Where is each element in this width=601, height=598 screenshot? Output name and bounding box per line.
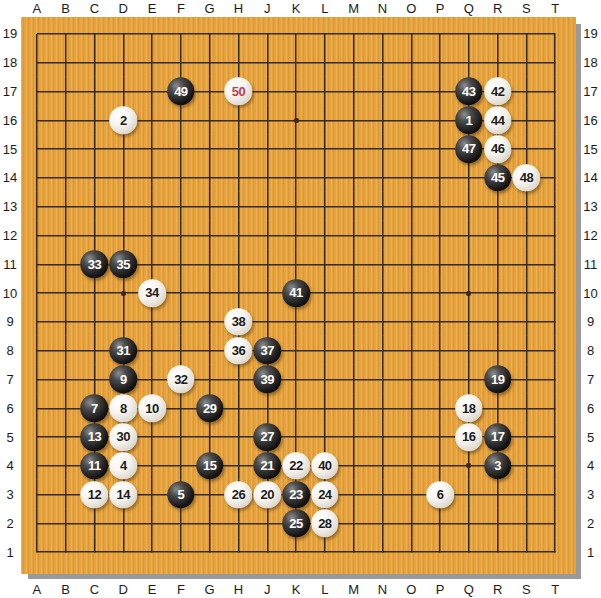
row-label-11: 11: [0, 250, 20, 279]
row-label-19: 19: [0, 20, 20, 49]
col-label-R: R: [483, 0, 512, 16]
intersection-D3: 14: [109, 480, 138, 509]
intersection-E2: [138, 509, 167, 538]
col-label-D: D: [109, 580, 138, 598]
intersection-K6: [282, 394, 311, 423]
intersection-N8: [368, 336, 397, 365]
intersection-L14: [310, 163, 339, 192]
intersection-Q2: [454, 509, 483, 538]
intersection-C9: [80, 307, 109, 336]
row-label-15: 15: [580, 135, 601, 164]
intersection-D6: 8: [109, 394, 138, 423]
intersection-P11: [426, 250, 455, 279]
intersection-H17: 50: [224, 77, 253, 106]
col-label-E: E: [138, 580, 167, 598]
intersection-S7: [512, 365, 541, 394]
intersection-Q11: [454, 250, 483, 279]
intersection-S1: [512, 538, 541, 567]
intersection-R4: 3: [483, 451, 512, 480]
black-stone-11-C4: 11: [81, 452, 109, 480]
white-stone-40-L4: 40: [311, 452, 339, 480]
intersection-H19: [224, 20, 253, 49]
col-label-Q: Q: [454, 0, 483, 16]
intersection-T10: [541, 279, 570, 308]
intersection-D2: [109, 509, 138, 538]
intersection-Q3: [454, 480, 483, 509]
intersection-D10: [109, 279, 138, 308]
row-label-12: 12: [580, 221, 601, 250]
intersection-C4: 11: [80, 451, 109, 480]
intersection-O14: [397, 163, 426, 192]
intersection-L4: 40: [310, 451, 339, 480]
intersection-O11: [397, 250, 426, 279]
intersection-H11: [224, 250, 253, 279]
intersection-N15: [368, 135, 397, 164]
intersection-H7: [224, 365, 253, 394]
intersection-L16: [310, 106, 339, 135]
intersection-Q10: [454, 279, 483, 308]
top-coordinate-labels: ABCDEFGHJKLMNOPQRST: [23, 0, 570, 16]
intersection-R17: 42: [483, 77, 512, 106]
intersection-H5: [224, 423, 253, 452]
intersection-N2: [368, 509, 397, 538]
intersection-S13: [512, 192, 541, 221]
intersection-M13: [339, 192, 368, 221]
intersection-F15: [166, 135, 195, 164]
intersection-A18: [23, 48, 52, 77]
intersection-L7: [310, 365, 339, 394]
row-label-14: 14: [0, 163, 20, 192]
intersection-R15: 46: [483, 135, 512, 164]
intersection-S9: [512, 307, 541, 336]
col-label-K: K: [282, 580, 311, 598]
intersection-M6: [339, 394, 368, 423]
col-label-H: H: [224, 0, 253, 16]
row-label-5: 5: [0, 423, 20, 452]
intersection-P15: [426, 135, 455, 164]
intersection-D14: [109, 163, 138, 192]
intersection-G13: [195, 192, 224, 221]
intersection-G5: [195, 423, 224, 452]
intersection-P6: [426, 394, 455, 423]
intersection-C7: [80, 365, 109, 394]
intersection-R1: [483, 538, 512, 567]
intersection-O17: [397, 77, 426, 106]
intersection-H6: [224, 394, 253, 423]
intersection-P5: [426, 423, 455, 452]
intersection-J19: [253, 20, 282, 49]
intersection-A14: [23, 163, 52, 192]
intersection-O1: [397, 538, 426, 567]
intersection-M16: [339, 106, 368, 135]
intersection-F10: [166, 279, 195, 308]
col-label-D: D: [109, 0, 138, 16]
intersection-E5: [138, 423, 167, 452]
intersection-N16: [368, 106, 397, 135]
intersection-P2: [426, 509, 455, 538]
intersection-O4: [397, 451, 426, 480]
intersection-T5: [541, 423, 570, 452]
intersection-H15: [224, 135, 253, 164]
intersection-T9: [541, 307, 570, 336]
row-label-16: 16: [0, 106, 20, 135]
black-stone-9-D7: 9: [110, 366, 138, 394]
intersection-S19: [512, 20, 541, 49]
white-stone-26-H3: 26: [225, 481, 253, 509]
black-stone-29-G6: 29: [196, 395, 224, 423]
intersection-T16: [541, 106, 570, 135]
intersection-O9: [397, 307, 426, 336]
star-point-Q10: [466, 291, 471, 296]
intersection-P3: 6: [426, 480, 455, 509]
intersection-F5: [166, 423, 195, 452]
col-label-E: E: [138, 0, 167, 16]
intersection-Q18: [454, 48, 483, 77]
intersection-C17: [80, 77, 109, 106]
row-label-2: 2: [580, 509, 601, 538]
intersection-M1: [339, 538, 368, 567]
black-stone-19-R7: 19: [484, 366, 512, 394]
col-label-F: F: [166, 0, 195, 16]
intersection-J16: [253, 106, 282, 135]
col-label-N: N: [368, 580, 397, 598]
intersection-L15: [310, 135, 339, 164]
intersection-M8: [339, 336, 368, 365]
intersection-F11: [166, 250, 195, 279]
intersection-N11: [368, 250, 397, 279]
intersection-K14: [282, 163, 311, 192]
intersection-T14: [541, 163, 570, 192]
intersection-G2: [195, 509, 224, 538]
black-stone-15-G4: 15: [196, 452, 224, 480]
intersection-B15: [51, 135, 80, 164]
intersection-M10: [339, 279, 368, 308]
intersection-S6: [512, 394, 541, 423]
row-label-6: 6: [0, 394, 20, 423]
intersection-G6: 29: [195, 394, 224, 423]
intersection-R2: [483, 509, 512, 538]
intersection-P12: [426, 221, 455, 250]
intersection-F13: [166, 192, 195, 221]
intersection-P4: [426, 451, 455, 480]
intersection-K7: [282, 365, 311, 394]
col-label-A: A: [23, 0, 52, 16]
intersection-C2: [80, 509, 109, 538]
intersection-D7: 9: [109, 365, 138, 394]
intersection-S8: [512, 336, 541, 365]
intersection-L13: [310, 192, 339, 221]
black-stone-27-J5: 27: [254, 423, 282, 451]
intersection-R8: [483, 336, 512, 365]
intersection-N14: [368, 163, 397, 192]
intersection-L2: 28: [310, 509, 339, 538]
intersection-R11: [483, 250, 512, 279]
intersection-K18: [282, 48, 311, 77]
intersection-R16: 44: [483, 106, 512, 135]
intersection-A17: [23, 77, 52, 106]
intersection-B19: [51, 20, 80, 49]
intersection-N17: [368, 77, 397, 106]
intersection-L11: [310, 250, 339, 279]
intersection-K13: [282, 192, 311, 221]
intersection-C15: [80, 135, 109, 164]
intersection-C14: [80, 163, 109, 192]
intersection-A8: [23, 336, 52, 365]
intersection-G14: [195, 163, 224, 192]
intersection-F8: [166, 336, 195, 365]
intersection-S10: [512, 279, 541, 308]
intersection-E16: [138, 106, 167, 135]
intersection-D17: [109, 77, 138, 106]
intersection-N1: [368, 538, 397, 567]
intersection-S2: [512, 509, 541, 538]
intersection-R5: 17: [483, 423, 512, 452]
intersection-B9: [51, 307, 80, 336]
intersection-T12: [541, 221, 570, 250]
white-stone-6-P3: 6: [426, 481, 454, 509]
intersection-S5: [512, 423, 541, 452]
white-stone-18-Q6: 18: [455, 395, 483, 423]
intersection-J8: 37: [253, 336, 282, 365]
intersection-B17: [51, 77, 80, 106]
intersection-B8: [51, 336, 80, 365]
intersection-J3: 20: [253, 480, 282, 509]
row-label-17: 17: [0, 77, 20, 106]
intersection-E19: [138, 20, 167, 49]
white-stone-12-C3: 12: [81, 481, 109, 509]
white-stone-24-L3: 24: [311, 481, 339, 509]
intersection-Q5: 16: [454, 423, 483, 452]
intersection-M9: [339, 307, 368, 336]
intersection-M5: [339, 423, 368, 452]
intersection-B13: [51, 192, 80, 221]
intersection-A9: [23, 307, 52, 336]
intersection-A5: [23, 423, 52, 452]
col-label-J: J: [253, 580, 282, 598]
intersection-G1: [195, 538, 224, 567]
intersection-M12: [339, 221, 368, 250]
intersection-O3: [397, 480, 426, 509]
intersection-F12: [166, 221, 195, 250]
intersection-N10: [368, 279, 397, 308]
intersection-F7: 32: [166, 365, 195, 394]
col-label-G: G: [195, 0, 224, 16]
intersection-S12: [512, 221, 541, 250]
intersection-A12: [23, 221, 52, 250]
intersection-J5: 27: [253, 423, 282, 452]
intersection-B11: [51, 250, 80, 279]
intersection-H14: [224, 163, 253, 192]
intersection-O2: [397, 509, 426, 538]
intersection-M19: [339, 20, 368, 49]
intersection-A6: [23, 394, 52, 423]
intersection-B6: [51, 394, 80, 423]
black-stone-3-R4: 3: [484, 452, 512, 480]
col-label-S: S: [512, 0, 541, 16]
intersection-H16: [224, 106, 253, 135]
intersection-Q9: [454, 307, 483, 336]
intersection-L8: [310, 336, 339, 365]
black-stone-23-K3: 23: [282, 481, 310, 509]
intersection-J2: [253, 509, 282, 538]
intersection-K5: [282, 423, 311, 452]
intersection-G12: [195, 221, 224, 250]
col-label-J: J: [253, 0, 282, 16]
intersection-Q1: [454, 538, 483, 567]
intersection-B16: [51, 106, 80, 135]
white-stone-44-R16: 44: [484, 107, 512, 135]
intersection-D5: 30: [109, 423, 138, 452]
intersection-Q12: [454, 221, 483, 250]
intersection-E15: [138, 135, 167, 164]
intersection-N4: [368, 451, 397, 480]
intersection-E14: [138, 163, 167, 192]
intersection-T19: [541, 20, 570, 49]
intersection-L3: 24: [310, 480, 339, 509]
intersection-C1: [80, 538, 109, 567]
black-stone-21-J4: 21: [254, 452, 282, 480]
white-stone-22-K4: 22: [282, 452, 310, 480]
intersection-G8: [195, 336, 224, 365]
intersection-C8: [80, 336, 109, 365]
intersection-O13: [397, 192, 426, 221]
row-label-11: 11: [580, 250, 601, 279]
intersection-O12: [397, 221, 426, 250]
intersection-G3: [195, 480, 224, 509]
go-kifu-diagram: ABCDEFGHJKLMNOPQRST ABCDEFGHJKLMNOPQRST …: [0, 0, 601, 598]
intersection-T11: [541, 250, 570, 279]
row-label-3: 3: [580, 480, 601, 509]
intersection-K4: 22: [282, 451, 311, 480]
intersection-K1: [282, 538, 311, 567]
intersection-F19: [166, 20, 195, 49]
intersection-N3: [368, 480, 397, 509]
star-point-K16: [294, 118, 299, 123]
white-stone-34-E10: 34: [138, 279, 166, 307]
col-label-K: K: [282, 0, 311, 16]
black-stone-7-C6: 7: [81, 395, 109, 423]
intersection-O6: [397, 394, 426, 423]
row-label-18: 18: [580, 48, 601, 77]
intersection-J17: [253, 77, 282, 106]
row-label-19: 19: [580, 20, 601, 49]
intersection-J6: [253, 394, 282, 423]
black-stone-45-R14: 45: [484, 164, 512, 192]
intersection-P13: [426, 192, 455, 221]
intersection-Q17: 43: [454, 77, 483, 106]
white-stone-30-D5: 30: [110, 423, 138, 451]
white-stone-20-J3: 20: [254, 481, 282, 509]
intersection-J11: [253, 250, 282, 279]
col-label-P: P: [426, 0, 455, 16]
intersection-H13: [224, 192, 253, 221]
intersection-J9: [253, 307, 282, 336]
intersection-R13: [483, 192, 512, 221]
intersection-O16: [397, 106, 426, 135]
intersection-S14: 48: [512, 163, 541, 192]
intersection-M17: [339, 77, 368, 106]
intersection-P7: [426, 365, 455, 394]
intersection-C18: [80, 48, 109, 77]
intersection-D12: [109, 221, 138, 250]
intersection-Q8: [454, 336, 483, 365]
star-point-D10: [121, 291, 126, 296]
black-stone-39-J7: 39: [254, 366, 282, 394]
intersection-Q13: [454, 192, 483, 221]
intersection-F6: [166, 394, 195, 423]
star-point-Q4: [466, 463, 471, 468]
intersection-S15: [512, 135, 541, 164]
intersection-L12: [310, 221, 339, 250]
intersection-C13: [80, 192, 109, 221]
intersection-R3: [483, 480, 512, 509]
col-label-N: N: [368, 0, 397, 16]
black-stone-25-K2: 25: [282, 510, 310, 538]
row-label-5: 5: [580, 423, 601, 452]
intersection-N6: [368, 394, 397, 423]
intersection-H12: [224, 221, 253, 250]
intersection-C12: [80, 221, 109, 250]
intersection-G18: [195, 48, 224, 77]
intersection-L19: [310, 20, 339, 49]
row-label-13: 13: [580, 192, 601, 221]
intersection-P19: [426, 20, 455, 49]
row-label-14: 14: [580, 163, 601, 192]
row-label-7: 7: [580, 365, 601, 394]
col-label-C: C: [80, 580, 109, 598]
intersection-G16: [195, 106, 224, 135]
black-stone-37-J8: 37: [254, 337, 282, 365]
intersection-P9: [426, 307, 455, 336]
intersection-L5: [310, 423, 339, 452]
intersection-K19: [282, 20, 311, 49]
intersection-K15: [282, 135, 311, 164]
intersection-P10: [426, 279, 455, 308]
intersection-K12: [282, 221, 311, 250]
intersection-K11: [282, 250, 311, 279]
board-grid: 4950434221444746454833353441383136379323…: [23, 20, 570, 567]
black-stone-41-K10: 41: [282, 279, 310, 307]
intersection-T6: [541, 394, 570, 423]
intersection-O15: [397, 135, 426, 164]
intersection-S17: [512, 77, 541, 106]
row-label-16: 16: [580, 106, 601, 135]
intersection-N12: [368, 221, 397, 250]
white-stone-50-H17: 50: [225, 78, 253, 106]
intersection-F17: 49: [166, 77, 195, 106]
intersection-E10: 34: [138, 279, 167, 308]
row-label-10: 10: [0, 279, 20, 308]
go-board: 4950434221444746454833353441383136379323…: [21, 17, 576, 574]
intersection-H10: [224, 279, 253, 308]
col-label-T: T: [541, 0, 570, 16]
intersection-G7: [195, 365, 224, 394]
intersection-R19: [483, 20, 512, 49]
row-label-9: 9: [580, 307, 601, 336]
col-label-C: C: [80, 0, 109, 16]
intersection-J14: [253, 163, 282, 192]
row-label-18: 18: [0, 48, 20, 77]
white-stone-38-H9: 38: [225, 308, 253, 336]
intersection-J10: [253, 279, 282, 308]
intersection-J12: [253, 221, 282, 250]
intersection-M2: [339, 509, 368, 538]
white-stone-14-D3: 14: [110, 481, 138, 509]
intersection-A7: [23, 365, 52, 394]
intersection-Q14: [454, 163, 483, 192]
intersection-P18: [426, 48, 455, 77]
intersection-T3: [541, 480, 570, 509]
